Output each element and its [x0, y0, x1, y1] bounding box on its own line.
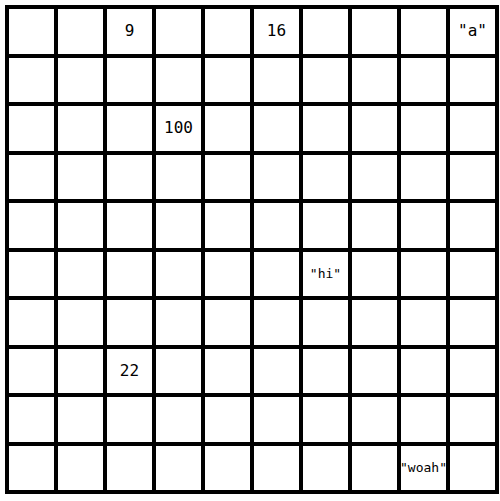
- grid-cell[interactable]: [254, 106, 299, 151]
- grid-cell[interactable]: [107, 300, 152, 345]
- puzzle-grid: 916"a"100"hi"22"woah": [5, 5, 499, 494]
- grid-cell[interactable]: [156, 252, 201, 297]
- grid-cell[interactable]: [254, 252, 299, 297]
- grid-cell[interactable]: [9, 203, 54, 248]
- grid-cell[interactable]: [450, 349, 495, 394]
- grid-cell[interactable]: [352, 9, 397, 54]
- grid-cell[interactable]: [450, 300, 495, 345]
- grid-cell[interactable]: [254, 155, 299, 200]
- grid-cell[interactable]: [9, 397, 54, 442]
- grid-cell[interactable]: [156, 58, 201, 103]
- grid-cell[interactable]: [352, 397, 397, 442]
- grid-cell[interactable]: [107, 58, 152, 103]
- grid-cell[interactable]: [58, 446, 103, 491]
- grid-cell[interactable]: 9: [107, 9, 152, 54]
- grid-cell[interactable]: [303, 446, 348, 491]
- grid-cell[interactable]: [205, 106, 250, 151]
- grid-cell[interactable]: [107, 106, 152, 151]
- grid-cell[interactable]: [303, 349, 348, 394]
- grid-cell[interactable]: [58, 349, 103, 394]
- grid-cell[interactable]: [9, 155, 54, 200]
- grid-cell[interactable]: [58, 203, 103, 248]
- grid-cell[interactable]: [58, 58, 103, 103]
- grid-cell[interactable]: [254, 300, 299, 345]
- grid-cell[interactable]: [205, 446, 250, 491]
- grid-cell[interactable]: [156, 300, 201, 345]
- grid-cell[interactable]: [450, 155, 495, 200]
- grid-cell[interactable]: [352, 58, 397, 103]
- grid-cell[interactable]: [205, 252, 250, 297]
- grid-cell[interactable]: [107, 446, 152, 491]
- grid-cell[interactable]: [9, 9, 54, 54]
- grid-cell[interactable]: [352, 300, 397, 345]
- grid-cell[interactable]: [156, 349, 201, 394]
- grid-cell[interactable]: [401, 349, 446, 394]
- grid-cell[interactable]: [9, 446, 54, 491]
- grid-cell[interactable]: [401, 155, 446, 200]
- grid-cell[interactable]: [9, 106, 54, 151]
- grid-cell[interactable]: [401, 9, 446, 54]
- grid-cell[interactable]: [303, 106, 348, 151]
- grid-cell[interactable]: 16: [254, 9, 299, 54]
- grid-cell[interactable]: [401, 300, 446, 345]
- grid-cell[interactable]: [254, 349, 299, 394]
- grid-cell[interactable]: [303, 155, 348, 200]
- grid-cell[interactable]: [107, 252, 152, 297]
- grid-cell[interactable]: [401, 397, 446, 442]
- grid-cell[interactable]: [352, 106, 397, 151]
- grid-cell[interactable]: [450, 446, 495, 491]
- grid-cell[interactable]: [352, 349, 397, 394]
- grid-cell[interactable]: [9, 300, 54, 345]
- grid-cell[interactable]: [58, 397, 103, 442]
- grid-cell[interactable]: [303, 203, 348, 248]
- grid-cell[interactable]: "a": [450, 9, 495, 54]
- grid-cell[interactable]: [352, 446, 397, 491]
- grid-cell[interactable]: [205, 58, 250, 103]
- grid-cell[interactable]: [401, 106, 446, 151]
- grid-cell[interactable]: [58, 9, 103, 54]
- grid-cell[interactable]: [156, 9, 201, 54]
- grid-cell[interactable]: [352, 252, 397, 297]
- grid-cell[interactable]: [205, 203, 250, 248]
- grid-cell[interactable]: [303, 397, 348, 442]
- grid-cell[interactable]: [352, 203, 397, 248]
- grid-cell[interactable]: 22: [107, 349, 152, 394]
- grid-cell[interactable]: [450, 203, 495, 248]
- grid-cell[interactable]: [254, 397, 299, 442]
- grid-cell[interactable]: [205, 9, 250, 54]
- grid-cell[interactable]: [450, 58, 495, 103]
- grid-cell[interactable]: [205, 397, 250, 442]
- grid-cell[interactable]: [205, 155, 250, 200]
- grid-cell[interactable]: [254, 446, 299, 491]
- grid-cell[interactable]: [303, 300, 348, 345]
- grid-cell[interactable]: [156, 446, 201, 491]
- grid-cell[interactable]: [58, 155, 103, 200]
- grid-cell[interactable]: [205, 300, 250, 345]
- grid-cell[interactable]: [450, 252, 495, 297]
- grid-cell[interactable]: [401, 203, 446, 248]
- grid-cell[interactable]: [401, 252, 446, 297]
- grid-cell[interactable]: "hi": [303, 252, 348, 297]
- grid-cell[interactable]: [401, 58, 446, 103]
- grid-cell[interactable]: [254, 58, 299, 103]
- grid-cell[interactable]: [9, 252, 54, 297]
- grid-cell[interactable]: [205, 349, 250, 394]
- grid-cell[interactable]: [107, 203, 152, 248]
- grid-cell[interactable]: [156, 203, 201, 248]
- grid-cell[interactable]: [303, 58, 348, 103]
- grid-cell[interactable]: [9, 58, 54, 103]
- grid-cell[interactable]: [450, 397, 495, 442]
- grid-cell[interactable]: [107, 397, 152, 442]
- grid-cell[interactable]: [156, 155, 201, 200]
- grid-cell[interactable]: [58, 252, 103, 297]
- grid-cell[interactable]: [58, 300, 103, 345]
- grid-cell[interactable]: [107, 155, 152, 200]
- grid-cell[interactable]: [303, 9, 348, 54]
- grid-cell[interactable]: [58, 106, 103, 151]
- grid-cell[interactable]: [9, 349, 54, 394]
- grid-cell[interactable]: 100: [156, 106, 201, 151]
- grid-cell[interactable]: [352, 155, 397, 200]
- grid-cell[interactable]: [254, 203, 299, 248]
- grid-cell[interactable]: [450, 106, 495, 151]
- grid-cell[interactable]: "woah": [401, 446, 446, 491]
- grid-cell[interactable]: [156, 397, 201, 442]
